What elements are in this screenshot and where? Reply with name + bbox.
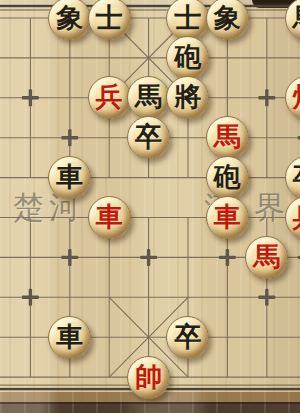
piece-red-soldier-d3[interactable]: 兵 xyxy=(88,76,131,119)
piece-glyph: 砲 xyxy=(174,43,201,70)
piece-glyph: 卒 xyxy=(135,123,162,150)
piece-glyph: 象 xyxy=(56,4,83,31)
piece-black-advisor-f1[interactable]: 士 xyxy=(166,0,209,40)
pieces-layer: 象士士象馬砲兵馬將炮卒馬車砲卒車車兵馬車卒帥 xyxy=(0,0,300,397)
piece-glyph: 砲 xyxy=(214,163,241,190)
piece-red-chariot-d6[interactable]: 車 xyxy=(88,196,131,239)
piece-glyph: 馬 xyxy=(253,243,280,270)
piece-glyph: 炮 xyxy=(293,83,300,110)
piece-black-chariot-c5[interactable]: 車 xyxy=(48,156,91,199)
piece-black-cannon-g5[interactable]: 砲 xyxy=(206,156,249,199)
piece-black-general-f3[interactable]: 將 xyxy=(166,76,209,119)
piece-glyph: 卒 xyxy=(293,163,300,190)
piece-glyph: 車 xyxy=(56,323,83,350)
piece-black-soldier-e4[interactable]: 卒 xyxy=(127,116,170,159)
piece-red-chariot-g6[interactable]: 車 xyxy=(206,196,249,239)
piece-black-elephant-g1[interactable]: 象 xyxy=(206,0,249,40)
piece-red-horse-g4[interactable]: 馬 xyxy=(206,116,249,159)
piece-glyph: 士 xyxy=(96,4,123,31)
piece-red-horse-h7[interactable]: 馬 xyxy=(245,236,288,279)
piece-black-horse-i1[interactable]: 馬 xyxy=(285,0,300,40)
piece-black-advisor-d1[interactable]: 士 xyxy=(88,0,131,40)
piece-glyph: 馬 xyxy=(135,83,162,110)
piece-red-cannon-i3[interactable]: 炮 xyxy=(285,76,300,119)
piece-glyph: 象 xyxy=(214,4,241,31)
piece-black-cannon-f2[interactable]: 砲 xyxy=(166,36,209,79)
piece-glyph: 車 xyxy=(96,203,123,230)
piece-red-general-e10[interactable]: 帥 xyxy=(127,356,170,399)
piece-glyph: 士 xyxy=(174,4,201,31)
xiangqi-board[interactable]: 楚河 漢界 象士士象馬砲兵馬將炮卒馬車砲卒車車兵馬車卒帥 xyxy=(0,0,300,413)
piece-red-soldier-i6[interactable]: 兵 xyxy=(285,196,300,239)
piece-glyph: 帥 xyxy=(135,363,162,390)
piece-glyph: 兵 xyxy=(293,203,300,230)
piece-glyph: 車 xyxy=(56,163,83,190)
piece-black-chariot-c9[interactable]: 車 xyxy=(48,316,91,359)
piece-glyph: 兵 xyxy=(96,83,123,110)
piece-black-soldier-f9[interactable]: 卒 xyxy=(166,316,209,359)
piece-black-horse-e3[interactable]: 馬 xyxy=(127,76,170,119)
piece-glyph: 卒 xyxy=(174,323,201,350)
piece-glyph: 馬 xyxy=(293,4,300,31)
piece-black-soldier-i5[interactable]: 卒 xyxy=(285,156,300,199)
piece-black-elephant-c1[interactable]: 象 xyxy=(48,0,91,40)
piece-glyph: 馬 xyxy=(214,123,241,150)
piece-glyph: 車 xyxy=(214,203,241,230)
piece-glyph: 將 xyxy=(174,83,201,110)
